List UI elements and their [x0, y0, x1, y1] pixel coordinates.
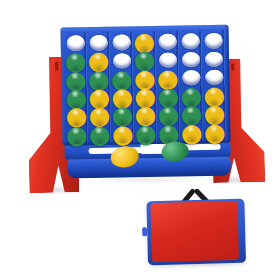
- product-photo: ●●●●●●●●●●●●●●●●●●●●●●●●●●●●●●: [0, 0, 280, 280]
- empty-hole: [158, 34, 176, 50]
- yellow-disc: ●: [180, 124, 203, 143]
- green-disc: ●: [157, 124, 180, 143]
- carry-bag: [143, 181, 249, 268]
- cell-r6c2: ●: [88, 125, 111, 144]
- cell-r6c3: ●: [111, 125, 134, 144]
- green-disc: ●: [88, 125, 111, 144]
- bag-zipper-tab: [142, 227, 147, 236]
- board-grid: ●●●●●●●●●●●●●●●●●●●●●●●●●●●●●●: [64, 32, 227, 145]
- cell-r1c5: [156, 32, 179, 51]
- cell-r1c3: [110, 33, 133, 52]
- green-disc: ●: [65, 126, 88, 145]
- cell-r2c6: [179, 50, 202, 69]
- cell-r1c6: [179, 32, 202, 51]
- empty-hole: [181, 52, 199, 68]
- empty-hole: [204, 51, 222, 67]
- cell-r6c7: ●: [203, 123, 226, 142]
- bag-front-panel: [150, 201, 239, 262]
- empty-hole: [181, 34, 199, 50]
- game-board: ●●●●●●●●●●●●●●●●●●●●●●●●●●●●●●: [60, 25, 230, 146]
- cell-r6c1: ●: [65, 126, 88, 145]
- yellow-disc: ●: [111, 125, 134, 144]
- bag-body: [146, 199, 246, 266]
- cell-r6c5: ●: [157, 124, 180, 143]
- yellow-disc: ●: [203, 123, 226, 142]
- empty-hole: [204, 33, 222, 49]
- empty-hole: [112, 35, 130, 51]
- green-disc: ●: [134, 124, 157, 143]
- cell-r1c7: [202, 32, 225, 51]
- cell-r6c4: ●: [134, 124, 157, 143]
- cell-r2c7: [202, 50, 225, 69]
- cell-r6c6: ●: [180, 124, 203, 143]
